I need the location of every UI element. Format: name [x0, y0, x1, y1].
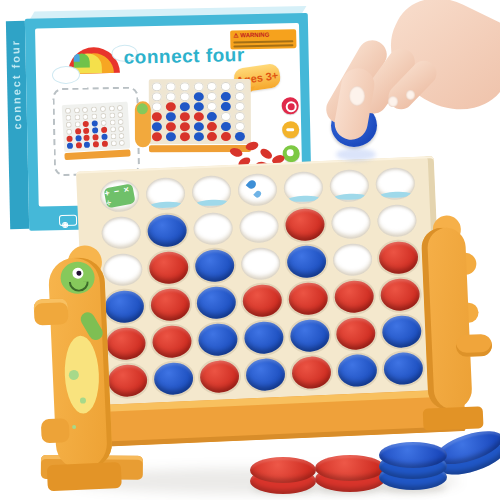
- box-main-board-image: [149, 79, 251, 152]
- empty-hole: [331, 206, 371, 240]
- blue-disc: [245, 358, 285, 392]
- red-disc: [288, 282, 328, 316]
- box-dino-art: [135, 101, 151, 147]
- math-chip-art: + − × ÷: [103, 183, 135, 208]
- red-disc: [334, 280, 374, 314]
- red-disc: [336, 317, 376, 351]
- empty-hole: [239, 210, 279, 244]
- red-disc: [152, 325, 192, 359]
- empty-hole: [237, 173, 277, 207]
- blue-disc: [147, 214, 187, 248]
- board-cell: [328, 204, 376, 243]
- board-cell: [331, 278, 379, 317]
- board-cell: [196, 358, 244, 397]
- support-foot: [47, 462, 122, 491]
- left-dinosaur-support: [31, 247, 142, 500]
- support-ledge: [34, 298, 69, 325]
- red-disc: [242, 284, 282, 318]
- blue-disc: [290, 319, 330, 353]
- board-cell: [144, 212, 192, 251]
- board-cell: [282, 206, 330, 245]
- board-cell: [147, 286, 195, 325]
- empty-hole: [240, 247, 280, 281]
- empty-hole: + − × ÷: [99, 179, 139, 213]
- empty-hole: [101, 216, 141, 250]
- hand-holding-disc: [322, 0, 500, 178]
- board-cell: [193, 284, 241, 323]
- empty-hole: [332, 243, 372, 277]
- fingernail: [406, 90, 415, 100]
- board-cell: [242, 356, 290, 395]
- red-disc: [285, 208, 325, 242]
- box-small-board-image: [62, 102, 131, 161]
- support-arm: [455, 334, 492, 358]
- blue-disc-stack: [379, 430, 447, 490]
- board-cell: [234, 171, 282, 210]
- board-cell: [150, 360, 198, 399]
- red-disc-stack: [250, 446, 316, 494]
- board-cell: [239, 282, 287, 321]
- blue-disc: [244, 321, 284, 355]
- empty-hole: [193, 212, 233, 246]
- board-cell: [191, 247, 239, 286]
- empty-hole: [283, 171, 323, 205]
- magnifier-icon: [282, 97, 299, 114]
- blue-disc: [195, 249, 235, 283]
- disc-reflection: [336, 148, 376, 161]
- board-cell: + − × ÷: [96, 177, 144, 216]
- board-cell: [145, 249, 193, 288]
- board-cell: [236, 208, 284, 247]
- blue-disc: [337, 354, 377, 388]
- board-cell: [329, 241, 377, 280]
- board-cell: [287, 317, 335, 356]
- board-grid: + − × ÷: [96, 165, 427, 401]
- right-dinosaur-support: [408, 217, 500, 431]
- empty-hole: [191, 175, 231, 209]
- board-cell: [280, 169, 328, 208]
- blue-disc: [153, 362, 193, 396]
- board-cell: [333, 315, 381, 354]
- board-cell: [142, 175, 190, 214]
- product-photo: connect four connect four ⚠ WARNING Ages…: [0, 0, 500, 500]
- board-cell: [188, 173, 236, 212]
- red-disc: [199, 360, 239, 394]
- board-cell: [237, 245, 285, 284]
- warning-fine-print: [233, 44, 293, 47]
- cloud-icon: [52, 66, 80, 85]
- board-cell: [288, 354, 336, 393]
- red-disc: [291, 356, 331, 390]
- hand-skill-icon: [282, 121, 299, 138]
- board-cell: [195, 321, 243, 360]
- water-drop-art: [246, 179, 258, 191]
- board-cell: [241, 319, 289, 358]
- red-disc: [150, 288, 190, 322]
- box-side-text: connect four: [9, 39, 23, 130]
- thumbnail: [349, 86, 365, 106]
- board-cell: [149, 323, 197, 362]
- warning-fine-print: [233, 40, 293, 43]
- board-cell: [285, 280, 333, 319]
- board-cell: [190, 210, 238, 249]
- warning-icon: ⚠: [233, 32, 239, 38]
- red-disc-stack: [315, 438, 385, 492]
- blue-disc: [286, 245, 326, 279]
- blue-disc: [198, 323, 238, 357]
- support-foot: [423, 406, 484, 431]
- board-cell: [283, 243, 331, 282]
- red-disc: [149, 251, 189, 285]
- warning-label: ⚠ WARNING: [230, 29, 296, 49]
- empty-hole: [145, 177, 185, 211]
- fingernail: [388, 96, 398, 107]
- board-cell: [334, 352, 382, 391]
- blue-disc: [196, 286, 236, 320]
